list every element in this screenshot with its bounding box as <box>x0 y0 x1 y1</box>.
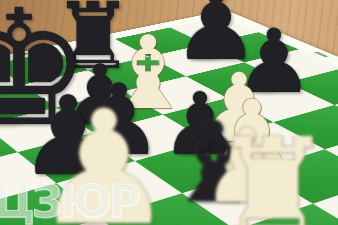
piece-white-rook: ♜ <box>210 120 336 225</box>
chess-photo-stage: ♚♜♟♟♝♟♟♟♟♝♟♟♟♟♜ ЦЗЮР <box>0 0 338 225</box>
photo-watermark: ЦЗЮР <box>0 176 194 225</box>
